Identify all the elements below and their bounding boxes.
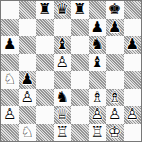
piece-black-knight-f6[interactable]: ♞♞ bbox=[89, 36, 107, 54]
white-king-icon: ♔ bbox=[106, 124, 124, 142]
chess-board: ♜♜♛♛♜♜♚♚♟♟♟♟♟♟♝♝♞♞♟♟♟♙♝♝♞♘♟♟♟♙♞♞♝♗♝♗♟♙♛♕… bbox=[0, 0, 142, 142]
square-a5[interactable] bbox=[1, 54, 19, 72]
black-king-icon: ♚ bbox=[106, 1, 124, 19]
piece-white-pawn-b3[interactable]: ♟♙ bbox=[19, 89, 37, 107]
piece-white-bishop-f3[interactable]: ♝♗ bbox=[89, 89, 107, 107]
square-e7[interactable] bbox=[71, 19, 89, 37]
square-h1[interactable] bbox=[124, 124, 142, 142]
square-c3[interactable] bbox=[36, 89, 54, 107]
square-b4[interactable]: ♟♟ bbox=[19, 71, 37, 89]
white-queen-icon: ♕ bbox=[54, 106, 72, 124]
black-pawn-icon: ♟ bbox=[124, 36, 142, 54]
black-knight-icon: ♞ bbox=[89, 36, 107, 54]
square-e8[interactable]: ♜♜ bbox=[71, 1, 89, 19]
square-c2[interactable] bbox=[36, 106, 54, 124]
square-c1[interactable] bbox=[36, 124, 54, 142]
square-h2[interactable]: ♟♙ bbox=[124, 106, 142, 124]
square-e3[interactable] bbox=[71, 89, 89, 107]
white-rook-icon: ♖ bbox=[54, 124, 72, 142]
piece-white-pawn-h2[interactable]: ♟♙ bbox=[124, 106, 142, 124]
square-a1[interactable] bbox=[1, 124, 19, 142]
square-d1[interactable]: ♜♖ bbox=[54, 124, 72, 142]
square-d3[interactable]: ♞♞ bbox=[54, 89, 72, 107]
square-f6[interactable]: ♞♞ bbox=[89, 36, 107, 54]
chess-diagram: ♜♜♛♛♜♜♚♚♟♟♟♟♟♟♝♝♞♞♟♟♟♙♝♝♞♘♟♟♟♙♞♞♝♗♝♗♟♙♛♕… bbox=[0, 0, 142, 142]
square-g8[interactable]: ♚♚ bbox=[106, 1, 124, 19]
white-pawn-icon: ♙ bbox=[89, 106, 107, 124]
black-queen-icon: ♛ bbox=[54, 1, 72, 19]
square-h7[interactable] bbox=[124, 19, 142, 37]
white-pawn-icon: ♙ bbox=[124, 106, 142, 124]
square-f1[interactable]: ♜♖ bbox=[89, 124, 107, 142]
piece-white-pawn-d5[interactable]: ♟♙ bbox=[54, 54, 72, 72]
piece-white-knight-a4[interactable]: ♞♘ bbox=[1, 71, 19, 89]
square-b2[interactable] bbox=[19, 106, 37, 124]
square-g7[interactable]: ♟♟ bbox=[106, 19, 124, 37]
square-c8[interactable]: ♜♜ bbox=[36, 1, 54, 19]
square-c5[interactable] bbox=[36, 54, 54, 72]
piece-white-knight-b1[interactable]: ♞♘ bbox=[19, 124, 37, 142]
black-bishop-icon: ♝ bbox=[89, 54, 107, 72]
square-a6[interactable]: ♟♟ bbox=[1, 36, 19, 54]
piece-black-rook-e8[interactable]: ♜♜ bbox=[71, 1, 89, 19]
square-b6[interactable] bbox=[19, 36, 37, 54]
white-pawn-icon: ♙ bbox=[1, 106, 19, 124]
square-d4[interactable] bbox=[54, 71, 72, 89]
piece-black-knight-d3[interactable]: ♞♞ bbox=[54, 89, 72, 107]
black-pawn-icon: ♟ bbox=[89, 19, 107, 37]
square-d8[interactable]: ♛♛ bbox=[54, 1, 72, 19]
piece-black-pawn-a6[interactable]: ♟♟ bbox=[1, 36, 19, 54]
square-b7[interactable] bbox=[19, 19, 37, 37]
black-bishop-icon: ♝ bbox=[54, 36, 72, 54]
square-f7[interactable]: ♟♟ bbox=[89, 19, 107, 37]
square-b1[interactable]: ♞♘ bbox=[19, 124, 37, 142]
square-h4[interactable] bbox=[124, 71, 142, 89]
black-rook-icon: ♜ bbox=[36, 1, 54, 19]
square-e5[interactable] bbox=[71, 54, 89, 72]
piece-white-rook-d1[interactable]: ♜♖ bbox=[54, 124, 72, 142]
white-rook-icon: ♖ bbox=[89, 124, 107, 142]
square-f3[interactable]: ♝♗ bbox=[89, 89, 107, 107]
piece-white-bishop-g3[interactable]: ♝♗ bbox=[106, 89, 124, 107]
white-pawn-icon: ♙ bbox=[19, 89, 37, 107]
piece-black-king-g8[interactable]: ♚♚ bbox=[106, 1, 124, 19]
square-a7[interactable] bbox=[1, 19, 19, 37]
square-e1[interactable] bbox=[71, 124, 89, 142]
square-c6[interactable] bbox=[36, 36, 54, 54]
piece-white-pawn-g2[interactable]: ♟♙ bbox=[106, 106, 124, 124]
piece-black-pawn-b4[interactable]: ♟♟ bbox=[19, 71, 37, 89]
square-g1[interactable]: ♚♔ bbox=[106, 124, 124, 142]
square-e6[interactable] bbox=[71, 36, 89, 54]
black-pawn-icon: ♟ bbox=[106, 19, 124, 37]
square-b5[interactable] bbox=[19, 54, 37, 72]
square-f2[interactable]: ♟♙ bbox=[89, 106, 107, 124]
square-h3[interactable] bbox=[124, 89, 142, 107]
piece-black-bishop-d6[interactable]: ♝♝ bbox=[54, 36, 72, 54]
square-d6[interactable]: ♝♝ bbox=[54, 36, 72, 54]
piece-black-pawn-f7[interactable]: ♟♟ bbox=[89, 19, 107, 37]
square-a3[interactable] bbox=[1, 89, 19, 107]
square-g6[interactable] bbox=[106, 36, 124, 54]
square-g3[interactable]: ♝♗ bbox=[106, 89, 124, 107]
square-b3[interactable]: ♟♙ bbox=[19, 89, 37, 107]
black-rook-icon: ♜ bbox=[71, 1, 89, 19]
square-g5[interactable] bbox=[106, 54, 124, 72]
square-f4[interactable] bbox=[89, 71, 107, 89]
white-knight-icon: ♘ bbox=[1, 71, 19, 89]
piece-black-pawn-h6[interactable]: ♟♟ bbox=[124, 36, 142, 54]
square-h6[interactable]: ♟♟ bbox=[124, 36, 142, 54]
piece-black-pawn-g7[interactable]: ♟♟ bbox=[106, 19, 124, 37]
white-bishop-icon: ♗ bbox=[89, 89, 107, 107]
square-h8[interactable] bbox=[124, 1, 142, 19]
square-c4[interactable] bbox=[36, 71, 54, 89]
square-e4[interactable] bbox=[71, 71, 89, 89]
square-g2[interactable]: ♟♙ bbox=[106, 106, 124, 124]
square-h5[interactable] bbox=[124, 54, 142, 72]
white-pawn-icon: ♙ bbox=[54, 54, 72, 72]
piece-white-pawn-f2[interactable]: ♟♙ bbox=[89, 106, 107, 124]
piece-black-queen-d8[interactable]: ♛♛ bbox=[54, 1, 72, 19]
piece-white-pawn-a2[interactable]: ♟♙ bbox=[1, 106, 19, 124]
white-bishop-icon: ♗ bbox=[106, 89, 124, 107]
black-knight-icon: ♞ bbox=[54, 89, 72, 107]
piece-black-rook-c8[interactable]: ♜♜ bbox=[36, 1, 54, 19]
square-f8[interactable] bbox=[89, 1, 107, 19]
piece-white-rook-f1[interactable]: ♜♖ bbox=[89, 124, 107, 142]
square-e2[interactable] bbox=[71, 106, 89, 124]
black-pawn-icon: ♟ bbox=[1, 36, 19, 54]
square-a4[interactable]: ♞♘ bbox=[1, 71, 19, 89]
square-b8[interactable] bbox=[19, 1, 37, 19]
white-knight-icon: ♘ bbox=[19, 124, 37, 142]
square-f5[interactable]: ♝♝ bbox=[89, 54, 107, 72]
square-g4[interactable] bbox=[106, 71, 124, 89]
square-d7[interactable] bbox=[54, 19, 72, 37]
black-pawn-icon: ♟ bbox=[19, 71, 37, 89]
piece-white-king-g1[interactable]: ♚♔ bbox=[106, 124, 124, 142]
white-pawn-icon: ♙ bbox=[106, 106, 124, 124]
square-a8[interactable] bbox=[1, 1, 19, 19]
piece-black-bishop-f5[interactable]: ♝♝ bbox=[89, 54, 107, 72]
square-d2[interactable]: ♛♕ bbox=[54, 106, 72, 124]
square-a2[interactable]: ♟♙ bbox=[1, 106, 19, 124]
square-d5[interactable]: ♟♙ bbox=[54, 54, 72, 72]
piece-white-queen-d2[interactable]: ♛♕ bbox=[54, 106, 72, 124]
square-c7[interactable] bbox=[36, 19, 54, 37]
